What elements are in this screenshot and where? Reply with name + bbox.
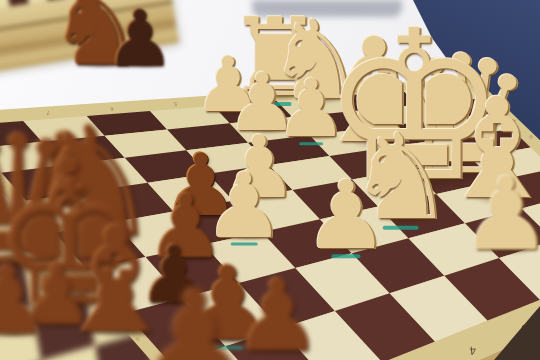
- near-rank-label-4: 4: [469, 344, 477, 357]
- piece-captured-dark-pawn[interactable]: ♟: [105, 0, 174, 77]
- piece-white-pawn-b3[interactable]: ♟: [461, 164, 540, 265]
- piece-dark-pawn-foreground[interactable]: ♟: [133, 273, 257, 360]
- far-rank-label-5: 5: [173, 101, 177, 107]
- piece-white-pawn-c4[interactable]: ♟: [303, 168, 388, 263]
- piece-dark-pawn[interactable]: ♟: [0, 254, 50, 348]
